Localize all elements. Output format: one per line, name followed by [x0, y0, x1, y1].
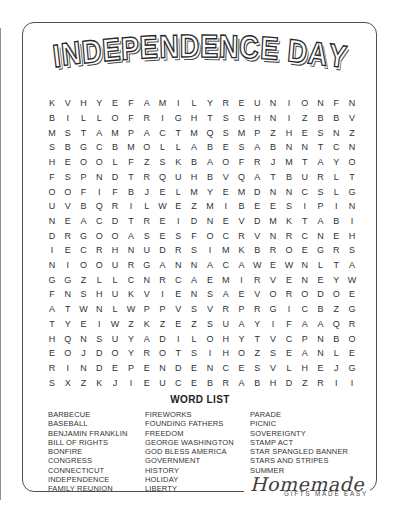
grid-cell: B: [202, 140, 218, 155]
grid-cell: C: [123, 272, 139, 287]
title-letter: E: [139, 29, 159, 67]
grid-cell: D: [249, 214, 265, 229]
grid-cell: U: [107, 331, 123, 346]
grid-cell: R: [123, 258, 139, 273]
grid-cell: H: [44, 155, 60, 170]
grid-cell: D: [91, 346, 107, 361]
grid-cell: I: [344, 375, 360, 390]
grid-cell: N: [76, 331, 92, 346]
word-list-item: SOVEREIGNTY: [250, 429, 348, 438]
grid-cell: R: [139, 214, 155, 229]
grid-cell: U: [170, 169, 186, 184]
grid-cell: Z: [328, 302, 344, 317]
word-list-column: FIREWORKSFOUNDING FATHERSFREEDOMGEORGE W…: [145, 410, 234, 494]
grid-cell: I: [123, 375, 139, 390]
grid-cell: F: [123, 96, 139, 111]
grid-cell: F: [234, 155, 250, 170]
grid-cell: V: [202, 302, 218, 317]
grid-cell: S: [249, 361, 265, 376]
grid-cell: S: [186, 243, 202, 258]
grid-cell: H: [218, 331, 234, 346]
grid-cell: Z: [265, 125, 281, 140]
grid-cell: Z: [76, 272, 92, 287]
word-list-item: STAR SPANGLED BANNER: [250, 447, 348, 456]
grid-cell: H: [281, 125, 297, 140]
word-list-item: FOUNDING FATHERS: [145, 419, 234, 428]
grid-cell: P: [249, 125, 265, 140]
word-list-item: BASEBALL: [48, 419, 128, 428]
grid-cell: R: [281, 287, 297, 302]
title-letter: E: [200, 28, 219, 65]
grid-cell: Z: [123, 316, 139, 331]
grid-cell: A: [202, 155, 218, 170]
grid-cell: O: [76, 155, 92, 170]
word-list-item: GOD BLESS AMERICA: [145, 447, 234, 456]
grid-cell: E: [344, 346, 360, 361]
grid-cell: A: [186, 272, 202, 287]
grid-cell: A: [313, 316, 329, 331]
grid-cell: B: [44, 111, 60, 126]
grid-cell: G: [344, 302, 360, 317]
grid-cell: E: [281, 346, 297, 361]
word-list-item: CONGRESS: [48, 456, 128, 465]
grid-cell: K: [281, 214, 297, 229]
grid-cell: T: [297, 155, 313, 170]
grid-cell: C: [170, 375, 186, 390]
grid-cell: V: [344, 111, 360, 126]
word-list-item: STARS AND STRIPES: [250, 456, 348, 465]
grid-cell: S: [155, 155, 171, 170]
grid-cell: R: [249, 272, 265, 287]
grid-cell: A: [344, 258, 360, 273]
grid-cell: A: [313, 155, 329, 170]
grid-cell: F: [186, 228, 202, 243]
grid-cell: M: [44, 125, 60, 140]
grid-cell: L: [313, 258, 329, 273]
grid-cell: N: [202, 361, 218, 376]
grid-cell: S: [313, 184, 329, 199]
word-list-column: PARADEPICNICSOVEREIGNTYSTAMP ACTSTAR SPA…: [250, 410, 348, 475]
grid-cell: B: [249, 375, 265, 390]
grid-cell: I: [218, 199, 234, 214]
grid-cell: R: [218, 302, 234, 317]
grid-cell: D: [107, 169, 123, 184]
grid-cell: O: [107, 346, 123, 361]
grid-cell: M: [281, 155, 297, 170]
grid-cell: X: [60, 375, 76, 390]
grid-cell: E: [139, 375, 155, 390]
grid-cell: H: [297, 361, 313, 376]
grid-cell: O: [60, 346, 76, 361]
grid-cell: K: [234, 243, 250, 258]
grid-cell: C: [297, 228, 313, 243]
grid-cell: Y: [123, 346, 139, 361]
grid-cell: V: [218, 169, 234, 184]
grid-cell: N: [60, 287, 76, 302]
title-letter: E: [101, 31, 123, 70]
grid-cell: I: [328, 375, 344, 390]
grid-cell: T: [265, 169, 281, 184]
grid-cell: Y: [249, 316, 265, 331]
grid-cell: P: [313, 199, 329, 214]
grid-cell: Z: [344, 125, 360, 140]
grid-cell: C: [328, 140, 344, 155]
grid-cell: N: [297, 140, 313, 155]
grid-cell: S: [44, 140, 60, 155]
grid-cell: I: [44, 243, 60, 258]
grid-cell: N: [328, 125, 344, 140]
grid-cell: B: [202, 169, 218, 184]
grid-cell: V: [60, 96, 76, 111]
grid-cell: O: [297, 96, 313, 111]
grid-cell: N: [313, 96, 329, 111]
grid-cell: G: [139, 258, 155, 273]
grid-cell: E: [107, 96, 123, 111]
grid-cell: N: [344, 199, 360, 214]
grid-cell: D: [107, 214, 123, 229]
grid-cell: V: [265, 331, 281, 346]
title-letter: E: [259, 30, 280, 68]
grid-cell: D: [44, 228, 60, 243]
grid-cell: V: [170, 302, 186, 317]
word-list-item: PICNIC: [250, 419, 348, 428]
grid-cell: E: [344, 287, 360, 302]
word-list-item: FREEDOM: [145, 429, 234, 438]
grid-cell: B: [234, 199, 250, 214]
grid-cell: R: [313, 375, 329, 390]
grid-cell: I: [155, 287, 171, 302]
grid-cell: E: [155, 184, 171, 199]
grid-cell: S: [139, 228, 155, 243]
grid-cell: B: [328, 214, 344, 229]
grid-cell: Q: [91, 199, 107, 214]
grid-cell: V: [234, 214, 250, 229]
grid-cell: N: [76, 361, 92, 376]
grid-cell: V: [249, 228, 265, 243]
grid-cell: T: [60, 302, 76, 317]
grid-cell: S: [91, 331, 107, 346]
grid-cell: V: [265, 361, 281, 376]
grid-cell: S: [60, 169, 76, 184]
word-search-grid: KVHYEFAMILYREUNIONFNBILLOFRIGHTSGHNIZBBV…: [44, 96, 360, 390]
grid-cell: W: [155, 199, 171, 214]
grid-cell: N: [170, 258, 186, 273]
grid-cell: L: [139, 199, 155, 214]
grid-cell: P: [123, 361, 139, 376]
grid-cell: G: [60, 272, 76, 287]
grid-cell: E: [155, 214, 171, 229]
grid-cell: O: [202, 331, 218, 346]
grid-cell: Y: [123, 331, 139, 346]
grid-cell: S: [44, 375, 60, 390]
title-letter: D: [80, 32, 104, 71]
word-list-item: FAMILY REUNION: [48, 484, 128, 493]
title-letter: D: [179, 28, 200, 65]
grid-cell: E: [76, 316, 92, 331]
grid-cell: L: [107, 302, 123, 317]
grid-cell: I: [202, 346, 218, 361]
grid-cell: D: [155, 331, 171, 346]
grid-cell: G: [344, 184, 360, 199]
grid-cell: N: [344, 96, 360, 111]
grid-cell: C: [218, 228, 234, 243]
grid-cell: B: [313, 302, 329, 317]
grid-cell: W: [249, 258, 265, 273]
grid-cell: R: [281, 228, 297, 243]
grid-cell: E: [107, 361, 123, 376]
grid-cell: S: [60, 125, 76, 140]
grid-cell: B: [76, 199, 92, 214]
grid-cell: Q: [155, 169, 171, 184]
grid-cell: O: [281, 243, 297, 258]
grid-cell: E: [328, 228, 344, 243]
grid-cell: A: [297, 346, 313, 361]
grid-cell: B: [123, 184, 139, 199]
grid-cell: Q: [202, 125, 218, 140]
grid-cell: T: [297, 214, 313, 229]
grid-cell: D: [170, 361, 186, 376]
grid-cell: C: [91, 214, 107, 229]
grid-cell: N: [139, 272, 155, 287]
grid-cell: I: [123, 199, 139, 214]
word-list-column: BARBECUEBASEBALLBENJAMIN FRANKLINBILL OF…: [48, 410, 128, 494]
grid-cell: S: [186, 302, 202, 317]
grid-cell: S: [313, 125, 329, 140]
grid-cell: S: [202, 316, 218, 331]
grid-cell: Z: [186, 199, 202, 214]
grid-cell: T: [123, 169, 139, 184]
grid-cell: K: [123, 287, 139, 302]
word-list-item: PARADE: [250, 410, 348, 419]
grid-cell: T: [344, 169, 360, 184]
grid-cell: H: [344, 228, 360, 243]
word-list-item: LIBERTY: [145, 484, 234, 493]
grid-cell: U: [249, 96, 265, 111]
grid-cell: O: [344, 155, 360, 170]
grid-cell: B: [265, 140, 281, 155]
grid-cell: W: [123, 302, 139, 317]
grid-cell: D: [155, 243, 171, 258]
grid-cell: M: [218, 272, 234, 287]
grid-cell: V: [249, 287, 265, 302]
grid-cell: B: [281, 169, 297, 184]
grid-cell: I: [91, 184, 107, 199]
grid-cell: N: [44, 258, 60, 273]
grid-cell: R: [107, 199, 123, 214]
grid-cell: A: [155, 258, 171, 273]
grid-cell: A: [234, 316, 250, 331]
grid-cell: Z: [155, 316, 171, 331]
grid-cell: A: [91, 125, 107, 140]
grid-cell: S: [234, 140, 250, 155]
grid-cell: L: [107, 272, 123, 287]
grid-cell: F: [76, 184, 92, 199]
grid-cell: I: [297, 199, 313, 214]
grid-cell: U: [218, 316, 234, 331]
grid-cell: T: [76, 125, 92, 140]
grid-cell: T: [249, 331, 265, 346]
grid-cell: A: [218, 287, 234, 302]
grid-cell: U: [107, 287, 123, 302]
grid-cell: I: [328, 199, 344, 214]
grid-cell: L: [328, 169, 344, 184]
grid-cell: N: [155, 361, 171, 376]
grid-cell: M: [186, 125, 202, 140]
page-edge: [0, 28, 1, 500]
grid-cell: C: [91, 140, 107, 155]
grid-cell: Q: [328, 316, 344, 331]
grid-cell: P: [297, 331, 313, 346]
word-list-item: CONNECTICUT: [48, 466, 128, 475]
grid-cell: A: [249, 140, 265, 155]
grid-cell: N: [297, 258, 313, 273]
grid-cell: U: [44, 199, 60, 214]
grid-cell: F: [281, 316, 297, 331]
grid-cell: G: [265, 302, 281, 317]
grid-cell: N: [202, 214, 218, 229]
grid-cell: I: [60, 361, 76, 376]
grid-cell: O: [60, 184, 76, 199]
grid-cell: R: [249, 155, 265, 170]
grid-cell: Y: [91, 96, 107, 111]
grid-cell: K: [44, 96, 60, 111]
word-list-item: BILL OF RIGHTS: [48, 438, 128, 447]
grid-cell: G: [44, 272, 60, 287]
grid-cell: R: [218, 96, 234, 111]
title-letter: P: [120, 30, 141, 68]
word-list-heading: WORD LIST: [0, 394, 400, 405]
grid-cell: C: [76, 243, 92, 258]
grid-cell: L: [186, 331, 202, 346]
grid-cell: R: [44, 361, 60, 376]
grid-cell: L: [328, 346, 344, 361]
grid-cell: E: [313, 361, 329, 376]
word-list-item: INDEPENDENCE: [48, 475, 128, 484]
grid-cell: E: [265, 199, 281, 214]
grid-cell: N: [186, 287, 202, 302]
grid-cell: A: [234, 375, 250, 390]
grid-cell: N: [265, 228, 281, 243]
grid-cell: L: [76, 111, 92, 126]
grid-cell: N: [91, 169, 107, 184]
grid-cell: W: [281, 258, 297, 273]
grid-cell: R: [249, 302, 265, 317]
grid-cell: A: [139, 125, 155, 140]
grid-cell: M: [202, 199, 218, 214]
grid-cell: C: [281, 331, 297, 346]
grid-cell: R: [91, 243, 107, 258]
grid-cell: E: [170, 199, 186, 214]
grid-cell: P: [139, 302, 155, 317]
grid-cell: B: [328, 111, 344, 126]
grid-cell: A: [313, 214, 329, 229]
grid-cell: C: [170, 272, 186, 287]
word-list-item: BARBECUE: [48, 410, 128, 419]
grid-cell: A: [202, 258, 218, 273]
grid-cell: T: [313, 140, 329, 155]
grid-cell: L: [107, 155, 123, 170]
grid-cell: E: [234, 361, 250, 376]
grid-cell: E: [139, 361, 155, 376]
grid-cell: M: [186, 184, 202, 199]
grid-cell: R: [155, 272, 171, 287]
grid-cell: H: [44, 331, 60, 346]
grid-cell: E: [234, 96, 250, 111]
grid-cell: T: [328, 258, 344, 273]
grid-cell: S: [202, 287, 218, 302]
grid-cell: A: [139, 331, 155, 346]
grid-cell: S: [281, 199, 297, 214]
grid-cell: J: [139, 184, 155, 199]
grid-cell: R: [234, 228, 250, 243]
grid-cell: E: [249, 199, 265, 214]
word-list-item: FIREWORKS: [145, 410, 234, 419]
grid-cell: U: [155, 375, 171, 390]
grid-cell: R: [139, 111, 155, 126]
title-letter: N: [159, 28, 180, 66]
grid-cell: W: [344, 272, 360, 287]
grid-cell: E: [155, 228, 171, 243]
grid-cell: N: [313, 331, 329, 346]
grid-cell: Z: [76, 375, 92, 390]
grid-cell: N: [281, 140, 297, 155]
grid-cell: E: [265, 258, 281, 273]
grid-cell: O: [91, 228, 107, 243]
word-list-item: STAMP ACT: [250, 438, 348, 447]
grid-cell: S: [218, 111, 234, 126]
grid-cell: D: [313, 287, 329, 302]
grid-cell: I: [170, 214, 186, 229]
grid-cell: A: [139, 96, 155, 111]
grid-cell: C: [297, 302, 313, 317]
grid-cell: O: [44, 184, 60, 199]
grid-cell: M: [155, 96, 171, 111]
grid-cell: O: [234, 346, 250, 361]
grid-cell: E: [297, 243, 313, 258]
grid-cell: E: [44, 346, 60, 361]
grid-cell: J: [265, 155, 281, 170]
grid-cell: F: [123, 155, 139, 170]
grid-cell: E: [218, 214, 234, 229]
grid-cell: B: [249, 243, 265, 258]
grid-cell: O: [155, 346, 171, 361]
grid-cell: R: [170, 243, 186, 258]
grid-cell: A: [44, 302, 60, 317]
grid-cell: E: [281, 272, 297, 287]
grid-cell: N: [123, 243, 139, 258]
grid-cell: W: [76, 302, 92, 317]
grid-cell: Q: [60, 331, 76, 346]
grid-cell: I: [170, 96, 186, 111]
word-list-item: HOLIDAY: [145, 475, 234, 484]
grid-cell: O: [139, 140, 155, 155]
grid-cell: Y: [60, 316, 76, 331]
grid-cell: U: [107, 258, 123, 273]
grid-cell: H: [186, 169, 202, 184]
grid-cell: J: [328, 361, 344, 376]
puzzle-title: INDEPENDENCE DAY: [30, 38, 370, 75]
grid-cell: O: [344, 331, 360, 346]
grid-cell: H: [265, 375, 281, 390]
grid-cell: M: [107, 125, 123, 140]
grid-cell: O: [76, 258, 92, 273]
grid-cell: G: [234, 111, 250, 126]
grid-cell: G: [76, 140, 92, 155]
grid-cell: Y: [328, 155, 344, 170]
grid-cell: C: [218, 361, 234, 376]
grid-cell: I: [281, 96, 297, 111]
grid-cell: E: [60, 214, 76, 229]
